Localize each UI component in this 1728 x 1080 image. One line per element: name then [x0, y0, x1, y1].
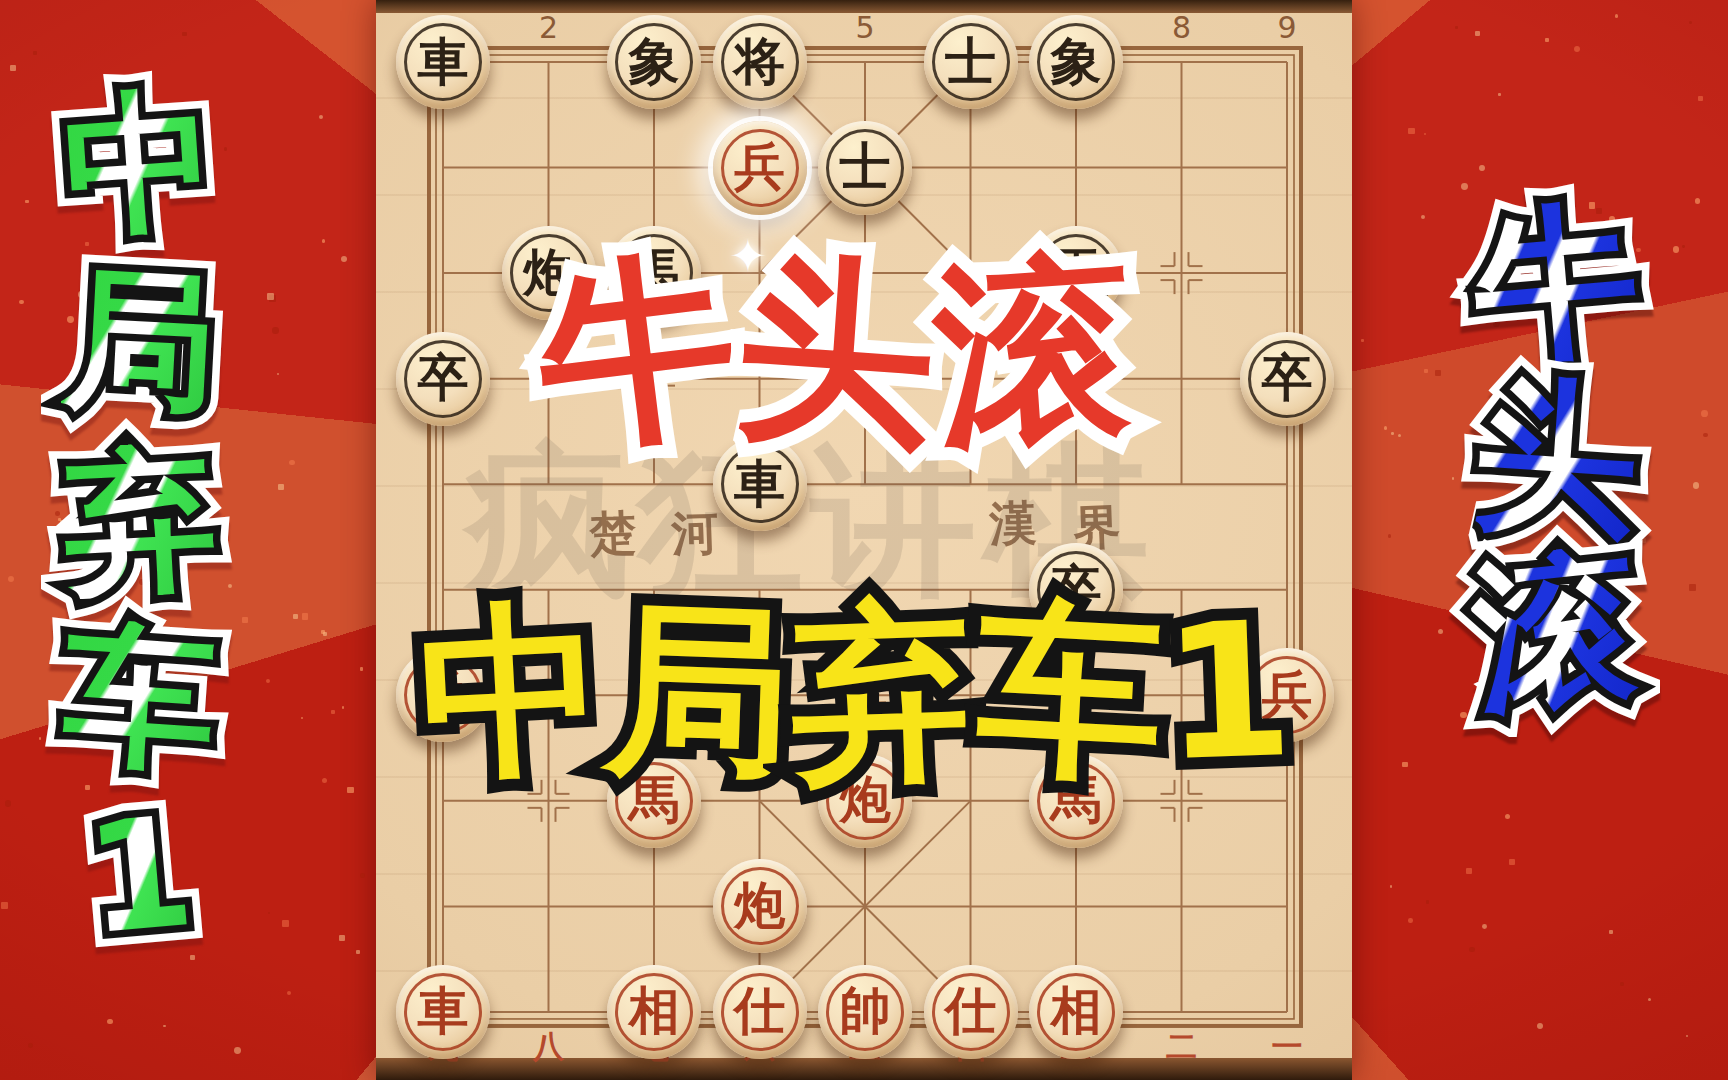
- piece-red-pawn[interactable]: 兵: [713, 121, 807, 215]
- background-speckle: [277, 373, 279, 375]
- xiangqi-board[interactable]: 123456789九八七六五四三二一 楚河漢界 疯狂讲棋 車象将士象兵士炮馬馬卒…: [376, 0, 1352, 1080]
- file-label-bottom: 八: [533, 1026, 564, 1068]
- background-speckle: [341, 256, 347, 262]
- piece-character: 炮: [713, 859, 807, 953]
- subtitle-zhongju-qiche: 中中局局弃弃车车11: [419, 599, 1292, 785]
- stylized-char: 滚滚: [928, 246, 1139, 457]
- piece-character: 卒: [396, 332, 490, 426]
- background-speckle: [272, 327, 279, 334]
- background-speckle: [269, 295, 276, 302]
- background-speckle: [360, 667, 363, 670]
- piece-black-pawn[interactable]: 卒: [1240, 332, 1334, 426]
- background-speckle: [282, 920, 289, 927]
- background-speckle: [1574, 46, 1580, 52]
- background-speckle: [1509, 859, 1515, 865]
- stylized-char: 中中: [415, 594, 610, 789]
- right-caption: 牛牛牛头头头滚滚滚: [1474, 202, 1638, 714]
- background-speckle: [322, 778, 328, 784]
- piece-character: 車: [396, 15, 490, 109]
- background-speckle: [1398, 434, 1401, 437]
- background-speckle: [1452, 477, 1455, 480]
- background-speckle: [1686, 1035, 1688, 1037]
- file-label-top: 2: [539, 10, 558, 45]
- background-speckle: [1701, 410, 1708, 417]
- background-speckle: [5, 800, 11, 806]
- background-speckle: [1482, 924, 1487, 929]
- background-speckle: [1390, 885, 1392, 887]
- piece-character: 兵: [713, 121, 807, 215]
- background-speckle: [287, 991, 291, 995]
- file-label-top: 9: [1277, 10, 1296, 45]
- background-speckle: [1545, 38, 1549, 42]
- piece-character: 卒: [1240, 332, 1334, 426]
- piece-character: 相: [607, 965, 701, 1059]
- background-speckle: [10, 65, 16, 71]
- background-speckle: [107, 1019, 113, 1025]
- background-speckle: [1609, 930, 1613, 934]
- file-label-bottom: 一: [1272, 1026, 1303, 1068]
- stylized-char: 局局: [602, 596, 794, 788]
- piece-black-general[interactable]: 将: [713, 15, 807, 109]
- background-speckle: [1479, 165, 1485, 171]
- background-speckle: [347, 787, 354, 794]
- background-speckle: [1460, 712, 1467, 719]
- background-speckle: [1505, 814, 1510, 819]
- background-speckle: [242, 617, 248, 623]
- piece-red-elephant[interactable]: 相: [607, 965, 701, 1059]
- piece-character: 象: [1029, 15, 1123, 109]
- background-speckle: [1391, 432, 1394, 435]
- background-speckle: [323, 632, 327, 636]
- background-speckle: [1424, 133, 1426, 135]
- background-speckle: [228, 584, 232, 588]
- stylized-char: 牛牛: [528, 242, 749, 463]
- piece-character: 車: [396, 965, 490, 1059]
- background-speckle: [331, 710, 335, 714]
- background-speckle: [1, 902, 8, 909]
- background-speckle: [224, 147, 227, 150]
- background-speckle: [1642, 538, 1646, 542]
- background-speckle: [163, 1025, 166, 1028]
- piece-character: 士: [818, 121, 912, 215]
- piece-character: 仕: [924, 965, 1018, 1059]
- background-speckle: [1498, 93, 1501, 96]
- background-speckle: [1361, 339, 1365, 343]
- background-speckle: [217, 351, 222, 356]
- background-speckle: [1388, 534, 1391, 537]
- background-speckle: [55, 511, 60, 516]
- background-speckle: [1402, 762, 1407, 767]
- background-speckle: [234, 1047, 241, 1054]
- piece-red-general[interactable]: 帥: [818, 965, 912, 1059]
- background-speckle: [1438, 629, 1443, 634]
- background-speckle: [266, 679, 270, 683]
- stylized-char: 局局局: [60, 262, 220, 422]
- background-speckle: [1426, 900, 1429, 903]
- background-speckle: [1648, 998, 1651, 1001]
- background-speckle: [1689, 584, 1696, 591]
- background-speckle: [1475, 31, 1479, 35]
- piece-character: 士: [924, 15, 1018, 109]
- stylized-char: 头头: [730, 246, 941, 457]
- background-speckle: [1693, 482, 1699, 488]
- background-speckle: [360, 873, 365, 878]
- background-speckle: [1461, 183, 1468, 190]
- piece-black-advisor[interactable]: 士: [818, 121, 912, 215]
- background-speckle: [302, 613, 309, 620]
- piece-character: 相: [1029, 965, 1123, 1059]
- background-speckle: [278, 484, 284, 490]
- background-speckle: [1424, 369, 1428, 373]
- title-niutougun: 牛牛头头滚滚: [539, 253, 1133, 451]
- background-speckle: [356, 950, 360, 954]
- piece-red-elephant[interactable]: 相: [1029, 965, 1123, 1059]
- background-speckle: [322, 239, 326, 243]
- background-speckle: [25, 200, 29, 204]
- background-speckle: [289, 460, 295, 466]
- stylized-char: 车车: [973, 594, 1168, 789]
- piece-character: 仕: [713, 965, 807, 1059]
- background-speckle: [1682, 245, 1685, 248]
- stylized-char: 牛牛牛: [1467, 195, 1645, 373]
- file-label-bottom: 二: [1166, 1026, 1197, 1068]
- piece-character: 象: [607, 15, 701, 109]
- background-speckle: [8, 576, 14, 582]
- background-speckle: [1703, 433, 1708, 438]
- video-thumbnail-stage: 123456789九八七六五四三二一 楚河漢界 疯狂讲棋 車象将士象兵士炮馬馬卒…: [0, 0, 1728, 1080]
- background-speckle: [1408, 128, 1414, 134]
- piece-red-chariot[interactable]: 車: [396, 965, 490, 1059]
- background-speckle: [1384, 426, 1387, 429]
- stylized-char: 弃弃弃: [60, 440, 220, 600]
- piece-black-pawn[interactable]: 卒: [396, 332, 490, 426]
- left-caption: 中中中局局局弃弃弃车车车111: [64, 88, 216, 952]
- background-speckle: [182, 32, 187, 37]
- stylized-char: 头头头: [1468, 370, 1643, 545]
- background-speckle: [1469, 947, 1474, 952]
- background-speckle: [1698, 96, 1703, 101]
- background-speckle: [268, 912, 270, 914]
- background-speckle: [19, 300, 23, 304]
- background-speckle: [1408, 918, 1413, 923]
- background-speckle: [1689, 21, 1693, 25]
- background-speckle: [1435, 370, 1441, 376]
- piece-red-cannon[interactable]: 炮: [713, 859, 807, 953]
- stylized-char: 中中中: [59, 83, 221, 245]
- piece-black-elephant[interactable]: 象: [1029, 15, 1123, 109]
- file-label-top: 5: [855, 10, 874, 45]
- background-speckle: [321, 630, 325, 634]
- background-speckle: [1537, 1023, 1543, 1029]
- background-speckle: [319, 115, 323, 119]
- background-speckle: [33, 51, 37, 55]
- piece-character: 帥: [818, 965, 912, 1059]
- background-speckle: [1695, 198, 1701, 204]
- background-speckle: [267, 293, 274, 300]
- stylized-char: 11: [1160, 597, 1296, 787]
- background-speckle: [1673, 246, 1679, 252]
- background-speckle: [301, 717, 303, 719]
- file-label-top: 8: [1172, 10, 1191, 45]
- piece-black-advisor[interactable]: 士: [924, 15, 1018, 109]
- stylized-char: 滚滚滚: [1466, 542, 1646, 722]
- background-speckle: [1620, 982, 1624, 986]
- stylized-char: 弃弃: [788, 596, 980, 788]
- piece-black-chariot[interactable]: 車: [396, 15, 490, 109]
- background-speckle: [39, 737, 42, 740]
- background-speckle: [1466, 868, 1472, 874]
- background-speckle: [60, 520, 63, 523]
- piece-black-elephant[interactable]: 象: [607, 15, 701, 109]
- piece-red-advisor[interactable]: 仕: [924, 965, 1018, 1059]
- background-speckle: [28, 1043, 33, 1048]
- background-speckle: [339, 935, 345, 941]
- background-speckle: [293, 614, 298, 619]
- background-speckle: [58, 518, 62, 522]
- piece-red-advisor[interactable]: 仕: [713, 965, 807, 1059]
- stylized-char: 车车车: [59, 617, 221, 779]
- stylized-char: 111: [81, 796, 200, 957]
- background-speckle: [1421, 215, 1426, 220]
- background-speckle: [1455, 26, 1458, 29]
- background-speckle: [1615, 14, 1618, 17]
- background-speckle: [342, 706, 344, 708]
- piece-character: 将: [713, 15, 807, 109]
